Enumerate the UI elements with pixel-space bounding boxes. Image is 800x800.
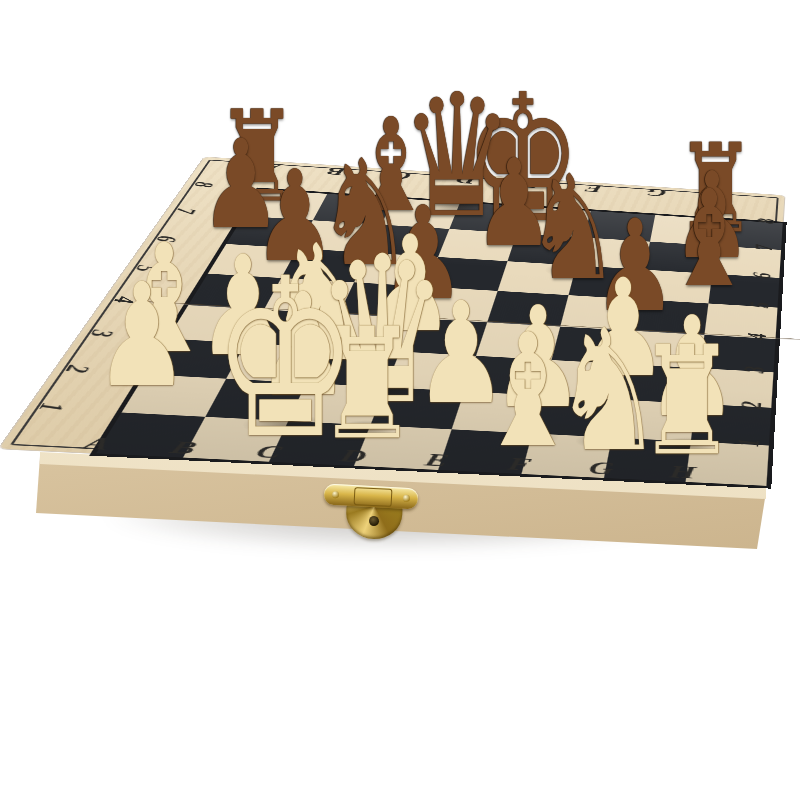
- square-c2: [288, 383, 385, 425]
- rank-label-left-6: 6: [149, 235, 184, 242]
- square-g3: [619, 364, 700, 404]
- file-label-top-f: F: [583, 182, 604, 195]
- file-label-top-d: D: [454, 173, 478, 186]
- file-label-top-e: E: [519, 178, 541, 191]
- square-c6: [354, 253, 438, 287]
- square-e3: [464, 356, 551, 396]
- rank-label-right-3: 3: [738, 365, 770, 373]
- latch-screw-left: [332, 491, 339, 498]
- square-e4: [476, 322, 560, 360]
- square-d4: [400, 318, 487, 356]
- square-c3: [306, 347, 400, 387]
- square-c4: [323, 314, 413, 352]
- rank-label-right-4: 4: [742, 332, 773, 340]
- file-label-bottom-h: H: [668, 462, 697, 483]
- square-d2: [370, 387, 464, 429]
- square-e7: [507, 233, 583, 265]
- rank-label-left-3: 3: [83, 329, 122, 338]
- square-d3: [386, 352, 476, 392]
- square-g2: [612, 400, 696, 442]
- file-label-top-h: H: [708, 190, 730, 203]
- rank-label-left-2: 2: [57, 364, 97, 373]
- square-d7: [438, 229, 517, 261]
- chessboard: AABBCCDDEEFFGGHH1122334455667788: [63, 173, 749, 461]
- square-e6: [498, 261, 577, 295]
- square-c8: [381, 198, 460, 229]
- square-d8: [449, 202, 525, 233]
- brass-latch: [322, 484, 422, 544]
- file-label-top-g: G: [646, 186, 667, 199]
- latch-buckle: [354, 487, 393, 507]
- file-label-bottom-g: G: [587, 458, 615, 479]
- square-g7: [645, 242, 716, 274]
- square-g8: [650, 215, 719, 246]
- square-f6: [569, 265, 645, 299]
- latch-hole: [369, 516, 379, 526]
- square-f8: [584, 211, 656, 242]
- square-b8: [313, 194, 394, 225]
- square-f7: [576, 237, 650, 269]
- rank-label-right-1: 1: [732, 438, 766, 447]
- latch-screw-right: [403, 495, 410, 502]
- square-b7: [297, 220, 381, 252]
- square-e2: [452, 391, 542, 433]
- square-f4: [551, 327, 632, 365]
- square-h1: [686, 442, 769, 486]
- square-e8: [517, 207, 591, 238]
- square-f2: [532, 396, 619, 438]
- square-f3: [542, 360, 626, 400]
- square-g4: [626, 331, 704, 368]
- square-g6: [639, 270, 712, 304]
- square-d6: [426, 257, 507, 291]
- product-photo-stage: AABBCCDDEEFFGGHH1122334455667788 ♜♚♛♝♜♟♟…: [0, 0, 800, 800]
- rank-label-right-2: 2: [735, 400, 768, 409]
- rank-label-left-1: 1: [31, 402, 73, 411]
- rank-label-left-4: 4: [106, 296, 143, 304]
- square-c7: [368, 225, 449, 257]
